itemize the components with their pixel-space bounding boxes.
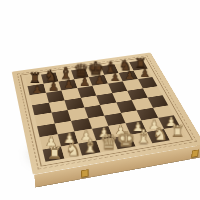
photo-scene: ♜♞♝♛♚♝♞♜♟♟♟♟♟♟♟♟♟♟♟♟♟♟♟♟♜♞♝♛♚♝♞♜: [0, 0, 200, 200]
corner-latch: [191, 149, 199, 157]
front-latch: [80, 169, 88, 178]
chessboard: ♜♞♝♛♚♝♞♜♟♟♟♟♟♟♟♟♟♟♟♟♟♟♟♟♜♞♝♛♚♝♞♜: [12, 53, 200, 175]
photo-canvas: ♜♞♝♛♚♝♞♜♟♟♟♟♟♟♟♟♟♟♟♟♟♟♟♟♜♞♝♛♚♝♞♜: [0, 0, 200, 200]
square-c3: [71, 118, 92, 132]
white-pawn-glyph: ♟: [148, 117, 160, 131]
white-pawn-glyph: ♟: [131, 120, 143, 134]
white-pawn-glyph: ♟: [165, 115, 177, 129]
